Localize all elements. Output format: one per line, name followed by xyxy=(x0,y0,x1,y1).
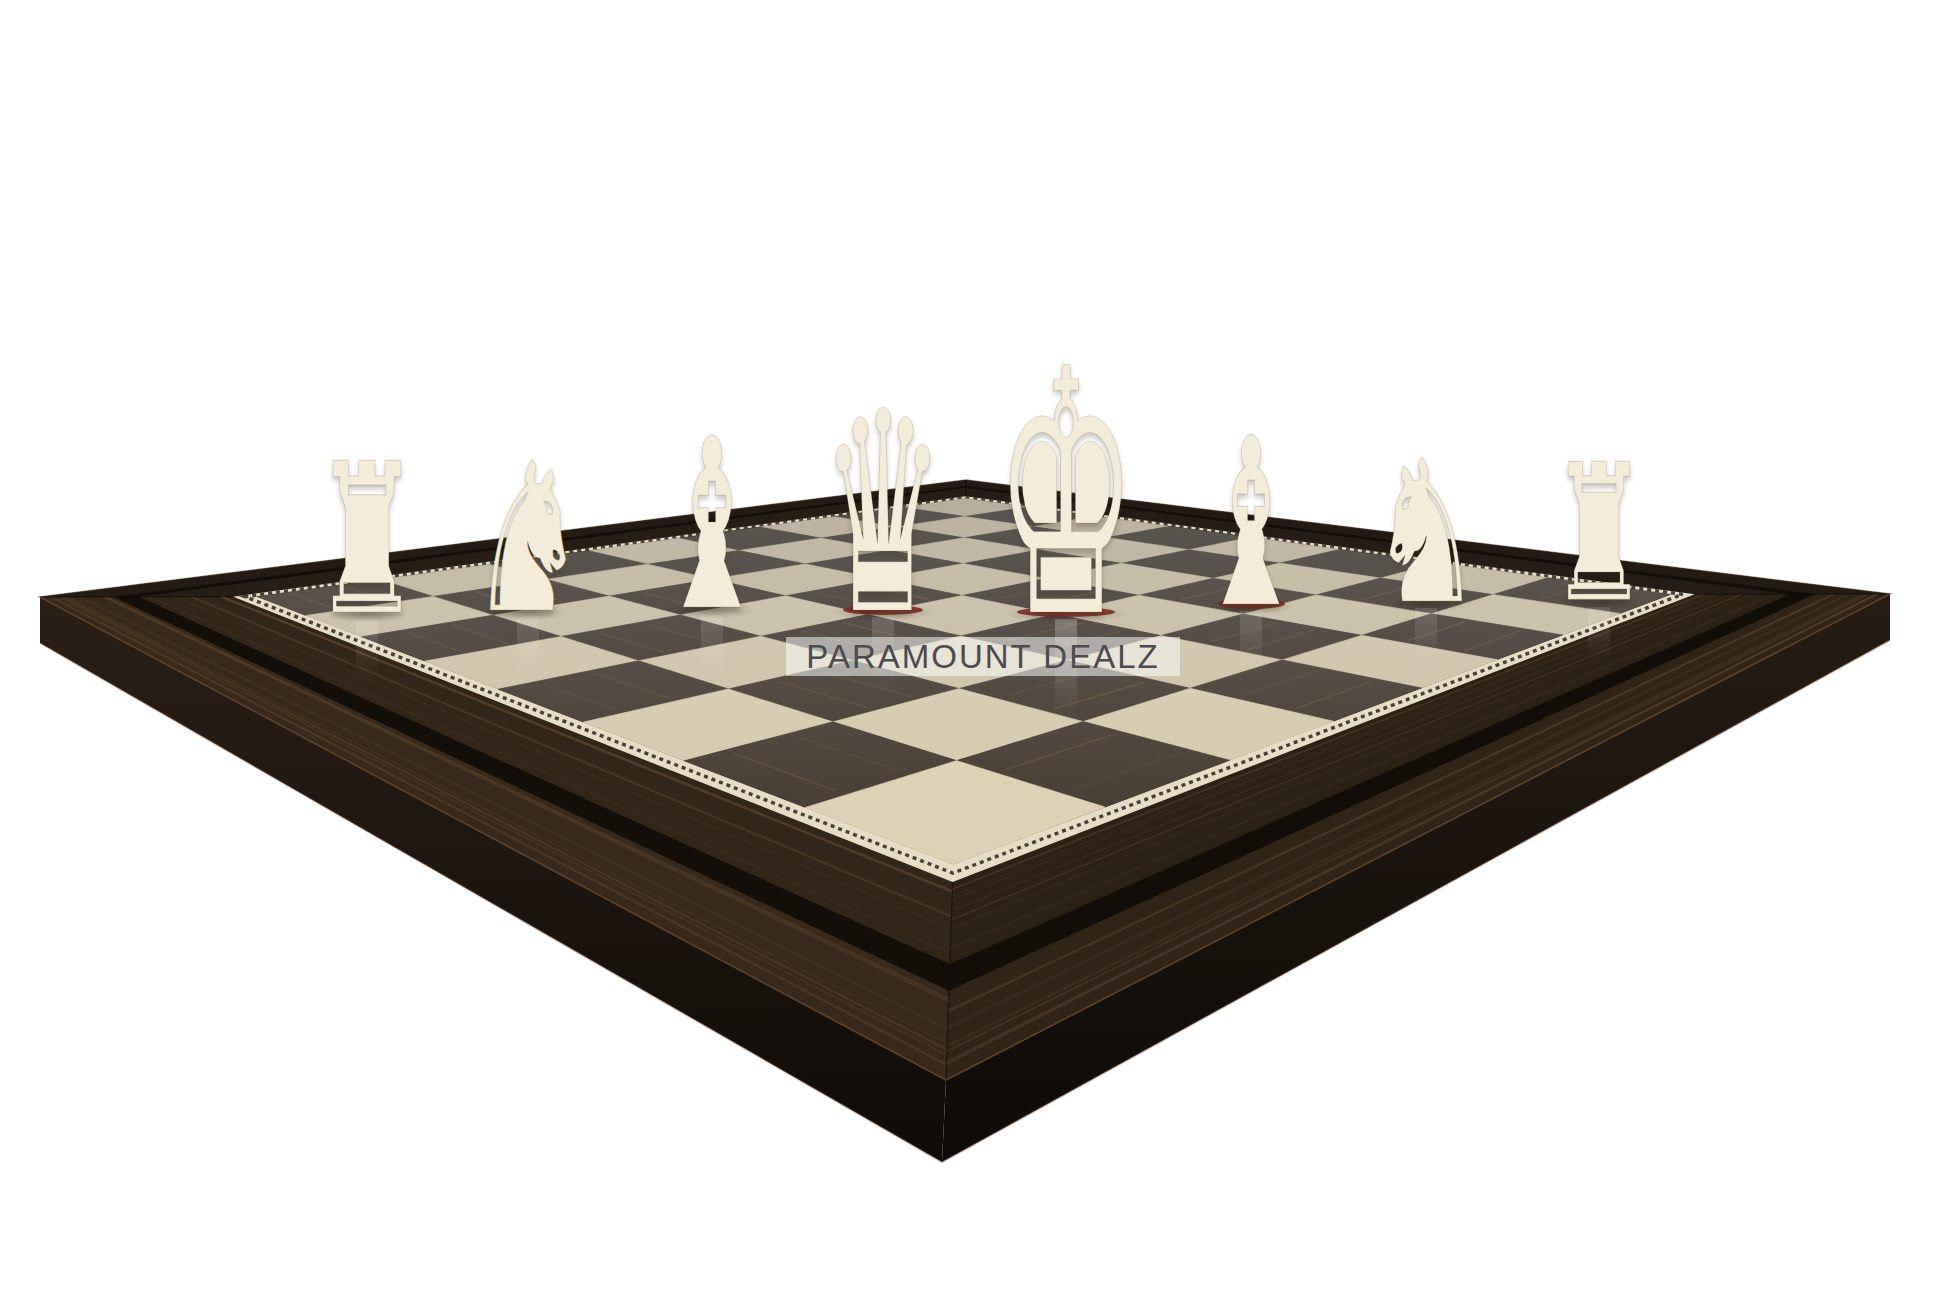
watermark-badge: PARAMOUNT DEALZ xyxy=(786,637,1180,676)
watermark-text: PARAMOUNT DEALZ xyxy=(806,638,1159,676)
white-bishop-piece: ♝ xyxy=(657,408,767,644)
white-king-piece: ♚ xyxy=(995,325,1138,664)
white-rook-piece: ♜ xyxy=(313,436,421,644)
chess-board-product-photo: ♜♞♝♛♚♝♞♜ PARAMOUNT DEALZ xyxy=(0,0,1946,1298)
white-knight-piece: ♞ xyxy=(1369,434,1482,631)
white-queen-piece: ♛ xyxy=(821,375,946,653)
white-knight-piece: ♞ xyxy=(469,436,587,642)
white-bishop-piece: ♝ xyxy=(1197,408,1305,640)
white-rook-piece: ♜ xyxy=(1550,440,1648,629)
